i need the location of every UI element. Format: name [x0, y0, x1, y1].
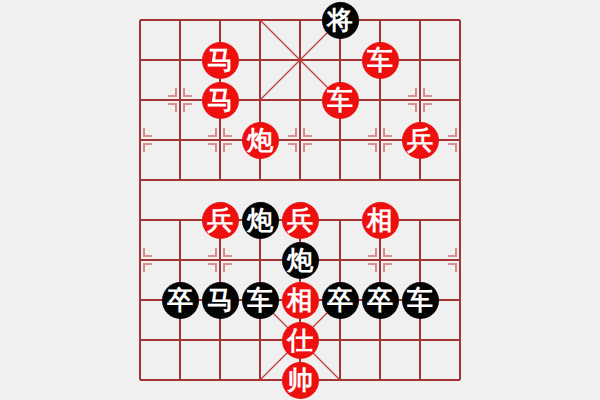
xiangqi-diagram: 将马车马车炮兵兵炮兵相炮卒马车相卒卒车仕帅 [0, 0, 600, 400]
pieces-layer: 将马车马车炮兵兵炮兵相炮卒马车相卒卒车仕帅 [120, 0, 480, 400]
piece-black-chariot-1[interactable]: 车 [242, 282, 279, 319]
piece-black-chariot-2[interactable]: 车 [402, 282, 439, 319]
piece-black-soldier-2[interactable]: 卒 [322, 282, 359, 319]
piece-black-horse[interactable]: 马 [202, 282, 239, 319]
piece-black-general[interactable]: 将 [322, 2, 359, 39]
piece-red-soldier-2[interactable]: 兵 [202, 202, 239, 239]
piece-red-soldier-1[interactable]: 兵 [402, 122, 439, 159]
piece-black-soldier-3[interactable]: 卒 [362, 282, 399, 319]
piece-red-horse-1[interactable]: 马 [202, 42, 239, 79]
piece-black-soldier-1[interactable]: 卒 [162, 282, 199, 319]
piece-red-chariot-1[interactable]: 车 [362, 42, 399, 79]
piece-red-elephant-1[interactable]: 相 [362, 202, 399, 239]
piece-red-soldier-3[interactable]: 兵 [282, 202, 319, 239]
piece-black-cannon-2[interactable]: 炮 [282, 242, 319, 279]
piece-red-cannon[interactable]: 炮 [242, 122, 279, 159]
piece-red-general[interactable]: 帅 [282, 362, 319, 399]
piece-black-cannon-1[interactable]: 炮 [242, 202, 279, 239]
piece-red-chariot-2[interactable]: 车 [322, 82, 359, 119]
piece-red-advisor[interactable]: 仕 [282, 322, 319, 359]
piece-red-horse-2[interactable]: 马 [202, 82, 239, 119]
piece-red-elephant-2[interactable]: 相 [282, 282, 319, 319]
